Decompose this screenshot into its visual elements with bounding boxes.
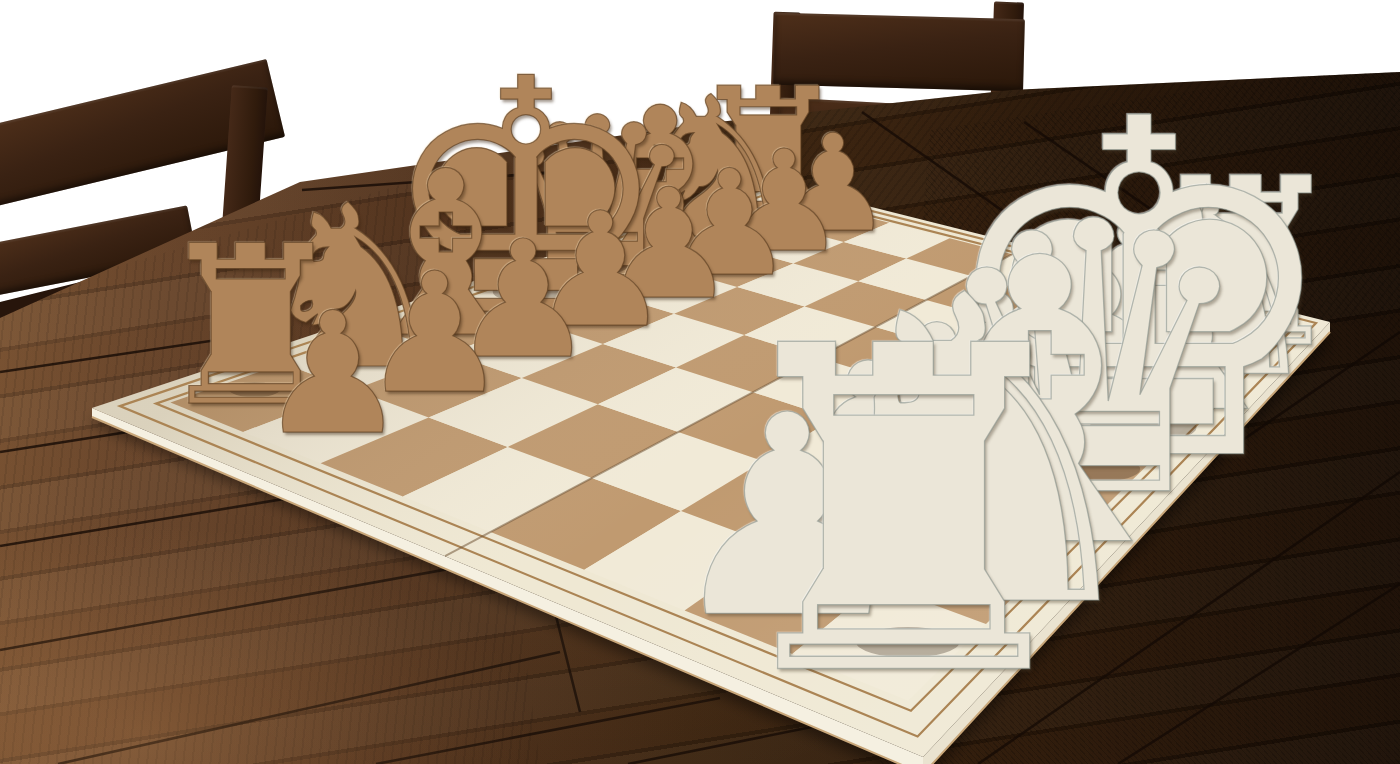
piece-black-pawn-a7[interactable]: ♟ xyxy=(257,290,408,458)
piece-white-rook-a1[interactable]: ♜ xyxy=(703,289,1105,737)
product-photo-scene: ♜♟♞♟♝♟♛♟♚♟♟♝♜♟♟♞♞♟♟♜♝♟♟♚♟♛♟♝♟♞♟♜ xyxy=(0,0,1400,764)
